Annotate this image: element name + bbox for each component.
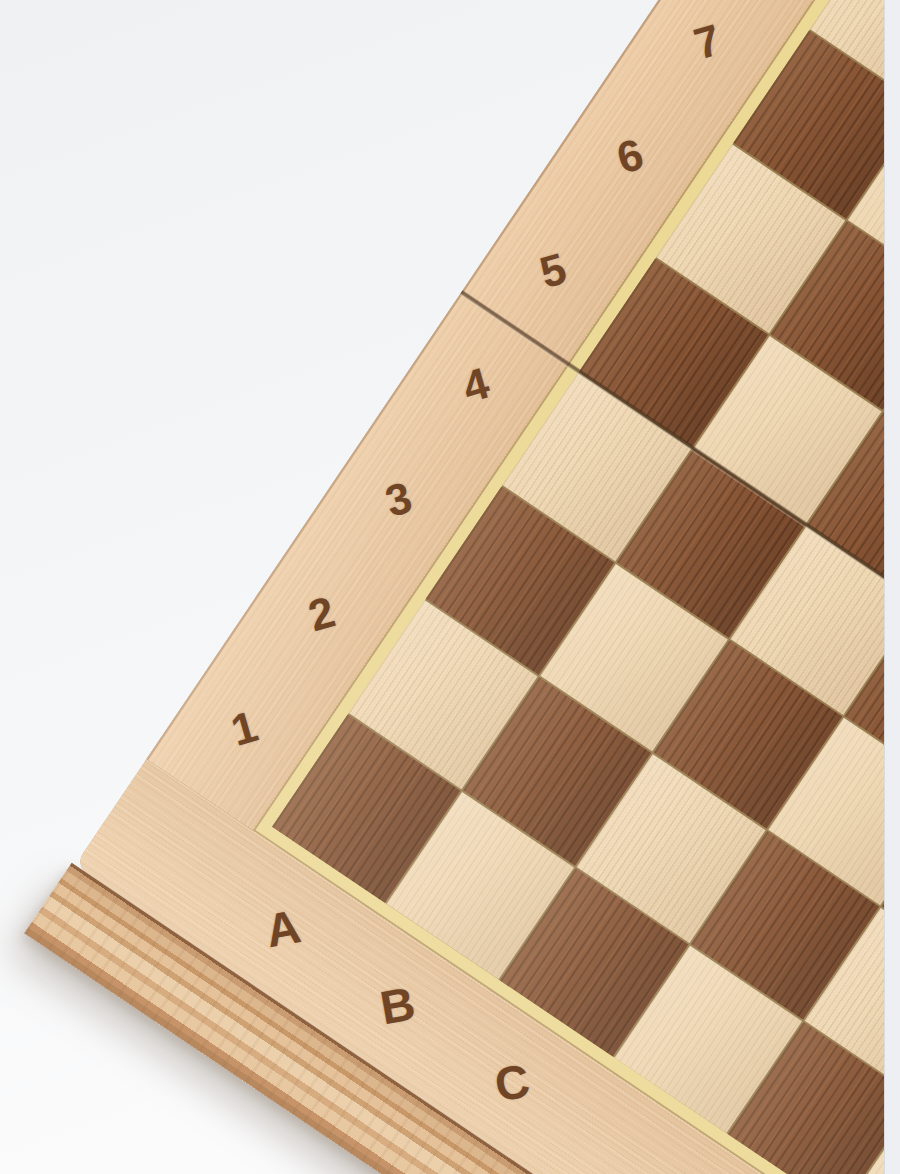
chessboard: 7654321ABC bbox=[27, 0, 900, 1174]
photo-background-strip bbox=[884, 0, 900, 1174]
product-photo-stage: 7654321ABC bbox=[0, 0, 900, 1174]
